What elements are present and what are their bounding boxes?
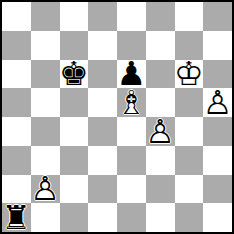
square-g5[interactable]: [175, 88, 204, 117]
white-king-icon: ♔: [175, 60, 204, 89]
square-f2[interactable]: [146, 175, 175, 204]
white-king-fill-icon: ♚: [175, 60, 204, 89]
chess-board: ♚♟♚♔♝♗♟♙♟♙♟♙♜: [0, 0, 234, 234]
square-a8[interactable]: [2, 2, 31, 31]
square-c8[interactable]: [60, 2, 89, 31]
white-pawn-icon: ♙: [31, 175, 60, 204]
square-h2[interactable]: [203, 175, 232, 204]
square-a1[interactable]: ♜: [2, 203, 31, 232]
square-g2[interactable]: [175, 175, 204, 204]
square-h6[interactable]: [203, 60, 232, 89]
square-e3[interactable]: [117, 146, 146, 175]
square-d5[interactable]: [88, 88, 117, 117]
white-pawn-fill-icon: ♟: [203, 88, 232, 117]
square-c2[interactable]: [60, 175, 89, 204]
square-g1[interactable]: [175, 203, 204, 232]
square-d8[interactable]: [88, 2, 117, 31]
black-king-icon: ♚: [60, 60, 89, 89]
square-h8[interactable]: [203, 2, 232, 31]
square-f4[interactable]: ♟♙: [146, 117, 175, 146]
square-g3[interactable]: [175, 146, 204, 175]
square-c1[interactable]: [60, 203, 89, 232]
square-d4[interactable]: [88, 117, 117, 146]
square-e8[interactable]: [117, 2, 146, 31]
square-f7[interactable]: [146, 31, 175, 60]
square-a4[interactable]: [2, 117, 31, 146]
square-a5[interactable]: [2, 88, 31, 117]
square-e5[interactable]: ♝♗: [117, 88, 146, 117]
square-g4[interactable]: [175, 117, 204, 146]
square-a2[interactable]: [2, 175, 31, 204]
square-b3[interactable]: [31, 146, 60, 175]
square-b7[interactable]: [31, 31, 60, 60]
square-f5[interactable]: [146, 88, 175, 117]
square-a7[interactable]: [2, 31, 31, 60]
square-d2[interactable]: [88, 175, 117, 204]
white-pawn-icon: ♙: [203, 88, 232, 117]
square-h4[interactable]: [203, 117, 232, 146]
square-c4[interactable]: [60, 117, 89, 146]
square-e6[interactable]: ♟: [117, 60, 146, 89]
white-bishop-icon: ♗: [117, 88, 146, 117]
square-d1[interactable]: [88, 203, 117, 232]
square-f6[interactable]: [146, 60, 175, 89]
square-h1[interactable]: [203, 203, 232, 232]
square-h5[interactable]: ♟♙: [203, 88, 232, 117]
square-e7[interactable]: [117, 31, 146, 60]
square-a3[interactable]: [2, 146, 31, 175]
square-c7[interactable]: [60, 31, 89, 60]
black-pawn-icon: ♟: [117, 60, 146, 89]
square-h7[interactable]: [203, 31, 232, 60]
white-bishop-fill-icon: ♝: [117, 88, 146, 117]
square-f8[interactable]: [146, 2, 175, 31]
square-f3[interactable]: [146, 146, 175, 175]
square-g8[interactable]: [175, 2, 204, 31]
square-e4[interactable]: [117, 117, 146, 146]
square-b1[interactable]: [31, 203, 60, 232]
square-b8[interactable]: [31, 2, 60, 31]
square-f1[interactable]: [146, 203, 175, 232]
square-b5[interactable]: [31, 88, 60, 117]
white-pawn-fill-icon: ♟: [31, 175, 60, 204]
square-h3[interactable]: [203, 146, 232, 175]
white-pawn-icon: ♙: [146, 117, 175, 146]
square-c5[interactable]: [60, 88, 89, 117]
square-b6[interactable]: [31, 60, 60, 89]
square-b2[interactable]: ♟♙: [31, 175, 60, 204]
square-d3[interactable]: [88, 146, 117, 175]
square-b4[interactable]: [31, 117, 60, 146]
square-e1[interactable]: [117, 203, 146, 232]
square-c3[interactable]: [60, 146, 89, 175]
square-g7[interactable]: [175, 31, 204, 60]
square-d7[interactable]: [88, 31, 117, 60]
white-pawn-fill-icon: ♟: [146, 117, 175, 146]
square-a6[interactable]: [2, 60, 31, 89]
square-d6[interactable]: [88, 60, 117, 89]
square-e2[interactable]: [117, 175, 146, 204]
square-g6[interactable]: ♚♔: [175, 60, 204, 89]
square-c6[interactable]: ♚: [60, 60, 89, 89]
black-rook-icon: ♜: [2, 203, 31, 232]
